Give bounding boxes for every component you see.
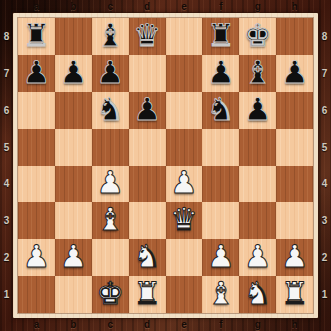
rank-labels-right: 87654321 xyxy=(318,18,331,313)
square-a5[interactable] xyxy=(18,129,55,166)
square-d3[interactable] xyxy=(129,202,166,239)
square-h5[interactable] xyxy=(276,129,313,166)
piece-white-pawn[interactable]: ♟ xyxy=(23,241,51,272)
rank-label-5: 5 xyxy=(0,129,13,166)
square-g8[interactable]: ♚ xyxy=(239,18,276,55)
file-label-d: d xyxy=(129,0,166,13)
square-e8[interactable] xyxy=(166,18,203,55)
rank-label-8: 8 xyxy=(0,18,13,55)
rank-label-8: 8 xyxy=(318,18,331,55)
square-g4[interactable] xyxy=(239,166,276,203)
square-d4[interactable] xyxy=(129,166,166,203)
square-a7[interactable]: ♟ xyxy=(18,55,55,92)
square-g1[interactable]: ♞ xyxy=(239,276,276,313)
file-label-g: g xyxy=(239,0,276,13)
piece-white-bishop[interactable]: ♝ xyxy=(96,204,124,235)
rank-label-6: 6 xyxy=(0,92,13,129)
piece-black-pawn[interactable]: ♟ xyxy=(23,57,51,88)
piece-white-pawn[interactable]: ♟ xyxy=(59,241,87,272)
square-g6[interactable]: ♟ xyxy=(239,92,276,129)
square-d6[interactable]: ♟ xyxy=(129,92,166,129)
file-labels-bottom: abcdefgh xyxy=(18,317,313,331)
square-e2[interactable] xyxy=(166,239,203,276)
square-c7[interactable]: ♟ xyxy=(92,55,129,92)
piece-black-knight[interactable]: ♞ xyxy=(207,94,235,125)
square-f4[interactable] xyxy=(202,166,239,203)
square-a6[interactable] xyxy=(18,92,55,129)
square-f6[interactable]: ♞ xyxy=(202,92,239,129)
piece-white-pawn[interactable]: ♟ xyxy=(244,241,272,272)
square-f1[interactable]: ♝ xyxy=(202,276,239,313)
square-b8[interactable] xyxy=(55,18,92,55)
file-label-b: b xyxy=(55,317,92,331)
board-squares: ♜♝♛♜♚♟♟♟♟♝♟♞♟♞♟♟♟♝♛♟♟♞♟♟♟♚♜♝♞♜ xyxy=(18,18,313,313)
file-label-c: c xyxy=(92,0,129,13)
square-c5[interactable] xyxy=(92,129,129,166)
square-h2[interactable]: ♟ xyxy=(276,239,313,276)
file-label-a: a xyxy=(18,317,55,331)
square-e1[interactable] xyxy=(166,276,203,313)
piece-white-king[interactable]: ♚ xyxy=(96,278,124,309)
file-label-f: f xyxy=(202,0,239,13)
piece-black-pawn[interactable]: ♟ xyxy=(244,94,272,125)
square-c2[interactable] xyxy=(92,239,129,276)
square-d1[interactable]: ♜ xyxy=(129,276,166,313)
file-label-c: c xyxy=(92,317,129,331)
piece-white-knight[interactable]: ♞ xyxy=(133,241,161,272)
piece-black-rook[interactable]: ♜ xyxy=(207,20,235,51)
square-b1[interactable] xyxy=(55,276,92,313)
file-labels-top: abcdefgh xyxy=(18,0,313,13)
square-a1[interactable] xyxy=(18,276,55,313)
file-label-g: g xyxy=(239,317,276,331)
file-label-b: b xyxy=(55,0,92,13)
square-a2[interactable]: ♟ xyxy=(18,239,55,276)
piece-black-pawn[interactable]: ♟ xyxy=(133,94,161,125)
square-h8[interactable] xyxy=(276,18,313,55)
piece-black-pawn[interactable]: ♟ xyxy=(207,57,235,88)
square-h3[interactable] xyxy=(276,202,313,239)
square-a8[interactable]: ♜ xyxy=(18,18,55,55)
square-e7[interactable] xyxy=(166,55,203,92)
piece-black-bishop[interactable]: ♝ xyxy=(96,20,124,51)
file-label-f: f xyxy=(202,317,239,331)
rank-label-2: 2 xyxy=(318,239,331,276)
square-b4[interactable] xyxy=(55,166,92,203)
square-c8[interactable]: ♝ xyxy=(92,18,129,55)
file-label-d: d xyxy=(129,317,166,331)
square-c4[interactable]: ♟ xyxy=(92,166,129,203)
square-f8[interactable]: ♜ xyxy=(202,18,239,55)
file-label-e: e xyxy=(166,317,203,331)
square-d5[interactable] xyxy=(129,129,166,166)
square-f3[interactable] xyxy=(202,202,239,239)
rank-label-6: 6 xyxy=(318,92,331,129)
file-label-h: h xyxy=(276,317,313,331)
rank-label-3: 3 xyxy=(0,202,13,239)
square-d7[interactable] xyxy=(129,55,166,92)
piece-white-rook[interactable]: ♜ xyxy=(281,278,309,309)
chessboard: ♜♝♛♜♚♟♟♟♟♝♟♞♟♞♟♟♟♝♛♟♟♞♟♟♟♚♜♝♞♜ abcdefgh … xyxy=(0,0,331,331)
piece-white-rook[interactable]: ♜ xyxy=(133,278,161,309)
rank-label-4: 4 xyxy=(0,166,13,203)
square-a3[interactable] xyxy=(18,202,55,239)
square-f7[interactable]: ♟ xyxy=(202,55,239,92)
piece-black-pawn[interactable]: ♟ xyxy=(96,57,124,88)
file-label-h: h xyxy=(276,0,313,13)
square-e3[interactable]: ♛ xyxy=(166,202,203,239)
file-label-a: a xyxy=(18,0,55,13)
piece-white-bishop[interactable]: ♝ xyxy=(207,278,235,309)
square-d2[interactable]: ♞ xyxy=(129,239,166,276)
rank-label-7: 7 xyxy=(318,55,331,92)
piece-black-king[interactable]: ♚ xyxy=(244,20,272,51)
piece-white-pawn[interactable]: ♟ xyxy=(96,167,124,198)
rank-label-1: 1 xyxy=(318,276,331,313)
square-d8[interactable]: ♛ xyxy=(129,18,166,55)
rank-label-3: 3 xyxy=(318,202,331,239)
rank-label-1: 1 xyxy=(0,276,13,313)
file-label-e: e xyxy=(166,0,203,13)
square-g5[interactable] xyxy=(239,129,276,166)
rank-labels-left: 87654321 xyxy=(0,18,13,313)
square-f5[interactable] xyxy=(202,129,239,166)
square-e5[interactable] xyxy=(166,129,203,166)
square-e6[interactable] xyxy=(166,92,203,129)
rank-label-5: 5 xyxy=(318,129,331,166)
square-b6[interactable] xyxy=(55,92,92,129)
square-c6[interactable]: ♞ xyxy=(92,92,129,129)
square-h6[interactable] xyxy=(276,92,313,129)
square-g7[interactable]: ♝ xyxy=(239,55,276,92)
square-b2[interactable]: ♟ xyxy=(55,239,92,276)
rank-label-2: 2 xyxy=(0,239,13,276)
square-b7[interactable]: ♟ xyxy=(55,55,92,92)
square-h7[interactable]: ♟ xyxy=(276,55,313,92)
piece-black-bishop[interactable]: ♝ xyxy=(244,57,272,88)
piece-black-pawn[interactable]: ♟ xyxy=(281,57,309,88)
piece-white-pawn[interactable]: ♟ xyxy=(207,241,235,272)
square-a4[interactable] xyxy=(18,166,55,203)
piece-black-rook[interactable]: ♜ xyxy=(23,20,51,51)
square-b5[interactable] xyxy=(55,129,92,166)
piece-black-pawn[interactable]: ♟ xyxy=(59,57,87,88)
piece-white-pawn[interactable]: ♟ xyxy=(170,167,198,198)
piece-black-knight[interactable]: ♞ xyxy=(96,94,124,125)
piece-white-queen[interactable]: ♛ xyxy=(170,204,198,235)
piece-white-pawn[interactable]: ♟ xyxy=(281,241,309,272)
square-h4[interactable] xyxy=(276,166,313,203)
square-e4[interactable]: ♟ xyxy=(166,166,203,203)
square-h1[interactable]: ♜ xyxy=(276,276,313,313)
square-c3[interactable]: ♝ xyxy=(92,202,129,239)
rank-label-4: 4 xyxy=(318,166,331,203)
square-c1[interactable]: ♚ xyxy=(92,276,129,313)
square-g2[interactable]: ♟ xyxy=(239,239,276,276)
square-f2[interactable]: ♟ xyxy=(202,239,239,276)
square-b3[interactable] xyxy=(55,202,92,239)
piece-white-knight[interactable]: ♞ xyxy=(244,278,272,309)
piece-black-queen[interactable]: ♛ xyxy=(133,20,161,51)
rank-label-7: 7 xyxy=(0,55,13,92)
square-g3[interactable] xyxy=(239,202,276,239)
